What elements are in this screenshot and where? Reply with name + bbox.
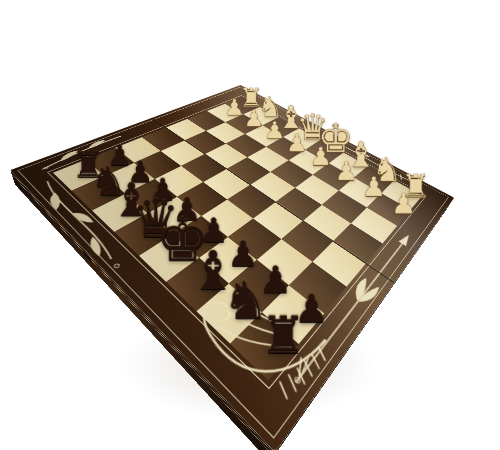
hinge-gap (386, 282, 394, 295)
board-3d-wrapper: ♜♟♟♜♞♟♟♞♝♟♟♝♛♟♟♛♚♟♟♚♝♟♟♝♞♟♟♞♜♟♟♜ (67, 2, 432, 367)
scene: ♜♟♟♜♞♟♟♞♝♟♟♝♛♟♟♛♚♟♟♚♝♟♟♝♞♟♟♞♜♟♟♜ (0, 0, 500, 450)
